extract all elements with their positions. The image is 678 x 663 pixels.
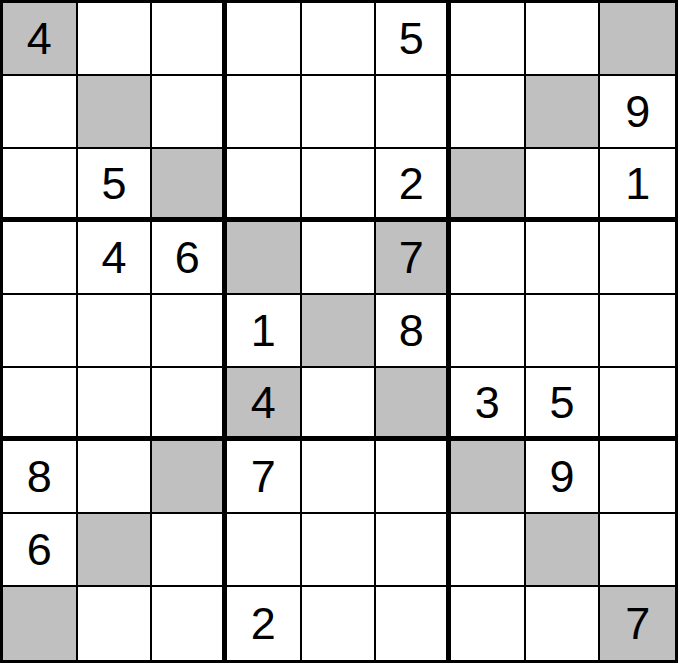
cell-r5c2[interactable] <box>78 295 153 368</box>
cell-r3c4[interactable] <box>227 149 302 222</box>
cell-r5c8[interactable] <box>526 295 601 368</box>
cell-r4c3-given-6[interactable]: 6 <box>152 222 227 295</box>
cell-r4c1[interactable] <box>3 222 78 295</box>
cell-r4c9[interactable] <box>600 222 675 295</box>
cell-r2c8[interactable] <box>526 76 601 149</box>
cell-r5c4-given-1[interactable]: 1 <box>227 295 302 368</box>
cell-r6c8-given-5[interactable]: 5 <box>526 368 601 441</box>
cell-r7c2[interactable] <box>78 441 153 514</box>
cell-r6c3[interactable] <box>152 368 227 441</box>
cell-r5c5[interactable] <box>302 295 377 368</box>
cell-r3c3[interactable] <box>152 149 227 222</box>
cell-r1c3[interactable] <box>152 3 227 76</box>
cell-r8c9[interactable] <box>600 514 675 587</box>
cell-r6c4-given-4[interactable]: 4 <box>227 368 302 441</box>
cell-r8c8[interactable] <box>526 514 601 587</box>
cell-r6c1[interactable] <box>3 368 78 441</box>
cell-r6c7-given-3[interactable]: 3 <box>451 368 526 441</box>
cell-r8c3[interactable] <box>152 514 227 587</box>
cell-r4c8[interactable] <box>526 222 601 295</box>
cell-r8c1-given-6[interactable]: 6 <box>3 514 78 587</box>
cell-r9c2[interactable] <box>78 587 153 660</box>
cell-r9c6[interactable] <box>376 587 451 660</box>
cell-r2c7[interactable] <box>451 76 526 149</box>
cell-r6c6[interactable] <box>376 368 451 441</box>
cell-r3c5[interactable] <box>302 149 377 222</box>
cell-r1c7[interactable] <box>451 3 526 76</box>
cell-r2c3[interactable] <box>152 76 227 149</box>
cell-r2c6[interactable] <box>376 76 451 149</box>
cell-r3c8[interactable] <box>526 149 601 222</box>
cell-r1c9[interactable] <box>600 3 675 76</box>
cell-r4c7[interactable] <box>451 222 526 295</box>
cell-r5c3[interactable] <box>152 295 227 368</box>
cell-r9c7[interactable] <box>451 587 526 660</box>
cell-r5c9[interactable] <box>600 295 675 368</box>
cell-r8c7[interactable] <box>451 514 526 587</box>
cell-r4c5[interactable] <box>302 222 377 295</box>
cell-r7c8-given-9[interactable]: 9 <box>526 441 601 514</box>
cell-r6c2[interactable] <box>78 368 153 441</box>
cell-r3c2-given-5[interactable]: 5 <box>78 149 153 222</box>
cell-r9c3[interactable] <box>152 587 227 660</box>
cell-r7c9[interactable] <box>600 441 675 514</box>
cell-r5c1[interactable] <box>3 295 78 368</box>
cell-r8c2[interactable] <box>78 514 153 587</box>
cell-r9c1[interactable] <box>3 587 78 660</box>
cell-r7c3[interactable] <box>152 441 227 514</box>
cell-r5c7[interactable] <box>451 295 526 368</box>
cell-r2c9-given-9[interactable]: 9 <box>600 76 675 149</box>
cell-r7c5[interactable] <box>302 441 377 514</box>
cell-r9c9-given-7[interactable]: 7 <box>600 587 675 660</box>
cell-r2c1[interactable] <box>3 76 78 149</box>
cell-r6c5[interactable] <box>302 368 377 441</box>
cell-r6c9[interactable] <box>600 368 675 441</box>
cell-r3c6-given-2[interactable]: 2 <box>376 149 451 222</box>
cell-r7c4-given-7[interactable]: 7 <box>227 441 302 514</box>
cell-r3c9-given-1[interactable]: 1 <box>600 149 675 222</box>
sudoku-board: 45952146718435879627 <box>0 0 678 663</box>
cell-r5c6-given-8[interactable]: 8 <box>376 295 451 368</box>
cell-r1c1-given-4[interactable]: 4 <box>3 3 78 76</box>
cell-r3c7[interactable] <box>451 149 526 222</box>
cell-r2c5[interactable] <box>302 76 377 149</box>
cell-r8c5[interactable] <box>302 514 377 587</box>
cell-r9c8[interactable] <box>526 587 601 660</box>
cell-r9c5[interactable] <box>302 587 377 660</box>
cell-r4c2-given-4[interactable]: 4 <box>78 222 153 295</box>
cell-r7c6[interactable] <box>376 441 451 514</box>
cell-r8c6[interactable] <box>376 514 451 587</box>
cell-r1c8[interactable] <box>526 3 601 76</box>
cell-r4c4[interactable] <box>227 222 302 295</box>
cell-r1c2[interactable] <box>78 3 153 76</box>
cell-r3c1[interactable] <box>3 149 78 222</box>
cell-r2c4[interactable] <box>227 76 302 149</box>
cell-r7c7[interactable] <box>451 441 526 514</box>
cell-r7c1-given-8[interactable]: 8 <box>3 441 78 514</box>
cell-r1c4[interactable] <box>227 3 302 76</box>
cell-r4c6-given-7[interactable]: 7 <box>376 222 451 295</box>
cell-r8c4[interactable] <box>227 514 302 587</box>
cell-r9c4-given-2[interactable]: 2 <box>227 587 302 660</box>
cell-r1c5[interactable] <box>302 3 377 76</box>
cell-r2c2[interactable] <box>78 76 153 149</box>
cell-r1c6-given-5[interactable]: 5 <box>376 3 451 76</box>
